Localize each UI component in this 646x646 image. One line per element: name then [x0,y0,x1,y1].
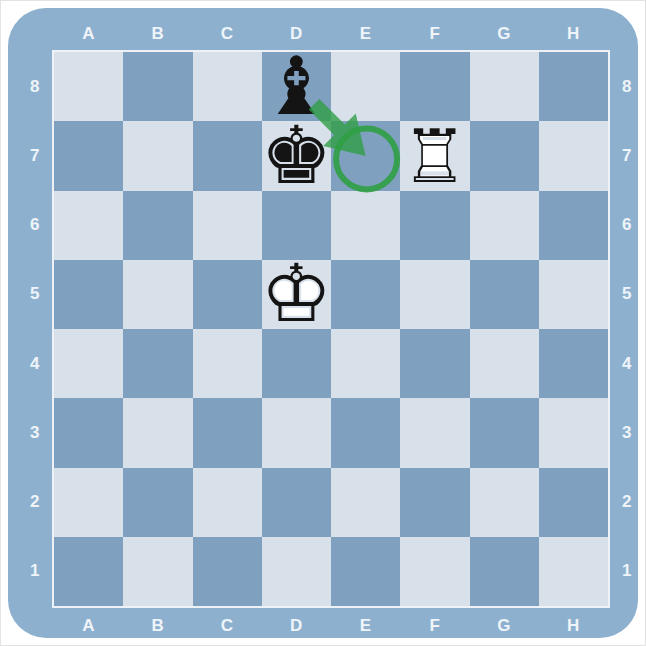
rank-label-5: 5 [608,260,646,329]
square-d7[interactable] [262,121,331,190]
square-e1[interactable] [331,537,400,606]
square-f7[interactable] [400,121,469,190]
square-g8[interactable] [470,52,539,121]
file-labels-bottom: ABCDEFGH [54,606,608,646]
square-b5[interactable] [123,260,192,329]
square-b6[interactable] [123,191,192,260]
file-label-d: D [262,606,331,646]
board-frame: ABCDEFGH ABCDEFGH 87654321 87654321 ♝♚♜♖… [8,8,638,638]
square-h1[interactable] [539,537,608,606]
square-c6[interactable] [193,191,262,260]
rank-labels-right: 87654321 [608,52,646,606]
square-a3[interactable] [54,398,123,467]
square-g1[interactable] [470,537,539,606]
square-a8[interactable] [54,52,123,121]
square-c7[interactable] [193,121,262,190]
rank-label-6: 6 [16,191,54,260]
square-f1[interactable] [400,537,469,606]
square-d4[interactable] [262,329,331,398]
file-label-c: C [193,16,262,52]
square-c5[interactable] [193,260,262,329]
square-h8[interactable] [539,52,608,121]
file-label-g: G [470,606,539,646]
square-f3[interactable] [400,398,469,467]
file-label-e: E [331,606,400,646]
square-f5[interactable] [400,260,469,329]
square-f2[interactable] [400,468,469,537]
square-d6[interactable] [262,191,331,260]
square-a4[interactable] [54,329,123,398]
file-labels-top: ABCDEFGH [54,16,608,52]
square-e4[interactable] [331,329,400,398]
square-c2[interactable] [193,468,262,537]
rank-label-7: 7 [16,121,54,190]
square-g4[interactable] [470,329,539,398]
square-h7[interactable] [539,121,608,190]
square-e8[interactable] [331,52,400,121]
square-d8[interactable] [262,52,331,121]
square-a5[interactable] [54,260,123,329]
board-grid [54,52,608,606]
square-e3[interactable] [331,398,400,467]
square-g7[interactable] [470,121,539,190]
square-h4[interactable] [539,329,608,398]
rank-label-3: 3 [608,398,646,467]
square-f6[interactable] [400,191,469,260]
rank-label-6: 6 [608,191,646,260]
square-d5[interactable] [262,260,331,329]
rank-label-8: 8 [608,52,646,121]
square-g6[interactable] [470,191,539,260]
file-label-h: H [539,606,608,646]
square-a6[interactable] [54,191,123,260]
page: ABCDEFGH ABCDEFGH 87654321 87654321 ♝♚♜♖… [0,0,646,646]
rank-label-4: 4 [608,329,646,398]
square-a7[interactable] [54,121,123,190]
square-c1[interactable] [193,537,262,606]
file-label-b: B [123,16,192,52]
rank-label-2: 2 [608,468,646,537]
file-label-b: B [123,606,192,646]
square-f4[interactable] [400,329,469,398]
square-g2[interactable] [470,468,539,537]
rank-labels-left: 87654321 [16,52,54,606]
square-e2[interactable] [331,468,400,537]
rank-label-2: 2 [16,468,54,537]
square-a2[interactable] [54,468,123,537]
square-b3[interactable] [123,398,192,467]
chess-board: ♝♚♜♖♚♔ [52,50,610,608]
square-e7[interactable] [331,121,400,190]
file-label-c: C [193,606,262,646]
file-label-e: E [331,16,400,52]
rank-label-3: 3 [16,398,54,467]
square-h6[interactable] [539,191,608,260]
square-f8[interactable] [400,52,469,121]
square-b4[interactable] [123,329,192,398]
file-label-h: H [539,16,608,52]
square-b8[interactable] [123,52,192,121]
rank-label-7: 7 [608,121,646,190]
square-h3[interactable] [539,398,608,467]
square-b2[interactable] [123,468,192,537]
rank-label-1: 1 [16,537,54,606]
square-c4[interactable] [193,329,262,398]
square-c8[interactable] [193,52,262,121]
square-e5[interactable] [331,260,400,329]
rank-label-4: 4 [16,329,54,398]
file-label-a: A [54,606,123,646]
square-d3[interactable] [262,398,331,467]
square-h2[interactable] [539,468,608,537]
file-label-g: G [470,16,539,52]
square-b1[interactable] [123,537,192,606]
square-b7[interactable] [123,121,192,190]
square-a1[interactable] [54,537,123,606]
square-d1[interactable] [262,537,331,606]
file-label-d: D [262,16,331,52]
rank-label-5: 5 [16,260,54,329]
square-c3[interactable] [193,398,262,467]
square-d2[interactable] [262,468,331,537]
square-g3[interactable] [470,398,539,467]
square-g5[interactable] [470,260,539,329]
square-e6[interactable] [331,191,400,260]
square-h5[interactable] [539,260,608,329]
file-label-a: A [54,16,123,52]
rank-label-1: 1 [608,537,646,606]
file-label-f: F [400,606,469,646]
rank-label-8: 8 [16,52,54,121]
file-label-f: F [400,16,469,52]
